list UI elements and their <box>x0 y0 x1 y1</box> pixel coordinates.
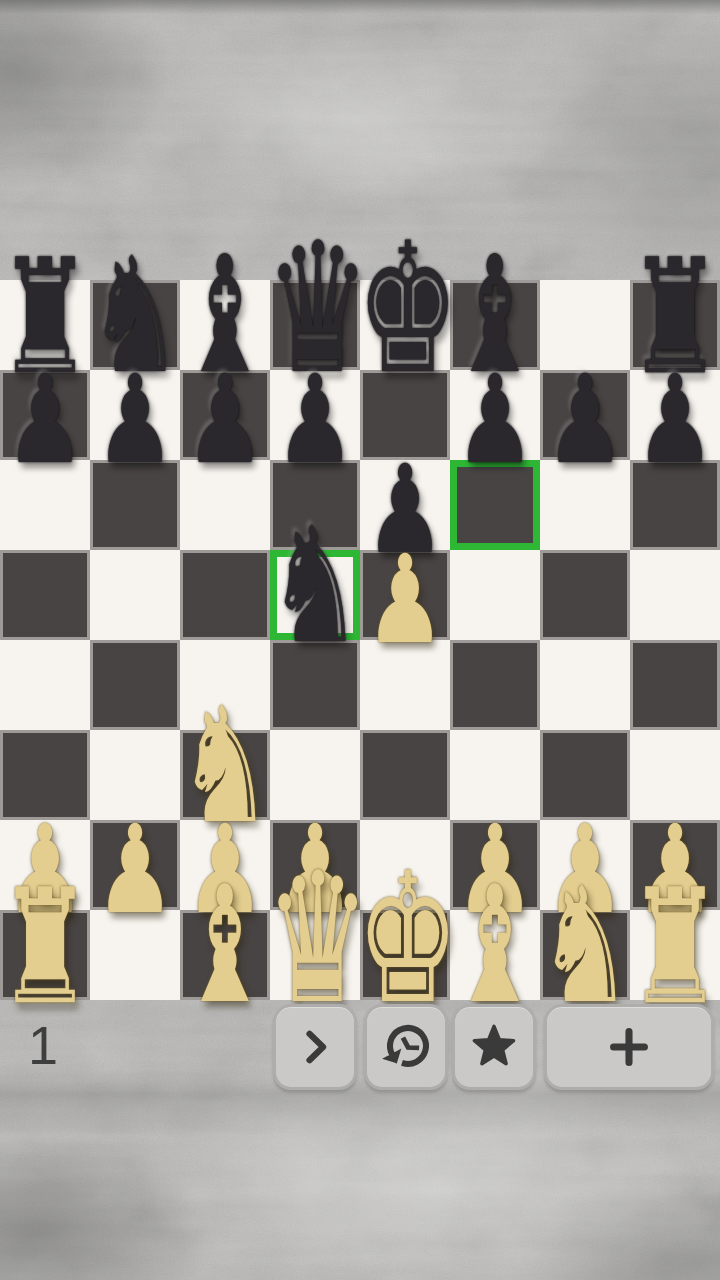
piece-cell-g7: ♟ <box>540 370 630 460</box>
square-a4[interactable] <box>0 640 90 730</box>
square-h4[interactable] <box>630 640 720 730</box>
piece-cell-b2: ♟ <box>90 820 180 910</box>
square-g5[interactable] <box>540 550 630 640</box>
black-pawn-h7[interactable]: ♟ <box>628 359 720 481</box>
piece-cell-c7: ♟ <box>180 370 270 460</box>
black-pawn-b7[interactable]: ♟ <box>88 359 182 481</box>
piece-cell-e8: ♚ <box>360 280 450 370</box>
square-e3[interactable] <box>360 730 450 820</box>
square-a5[interactable] <box>0 550 90 640</box>
chess-app-screen: ♜♞♝♛♚♝♜♟♟♟♟♟♟♟♟♞♟♞♟♟♟♟♟♟♟♜♝♛♚♝♞♜ 1 <box>0 0 720 1280</box>
square-f5[interactable] <box>450 550 540 640</box>
piece-cell-b7: ♟ <box>90 370 180 460</box>
chess-board: ♜♞♝♛♚♝♜♟♟♟♟♟♟♟♟♞♟♞♟♟♟♟♟♟♟♜♝♛♚♝♞♜ <box>0 280 720 1000</box>
piece-cell-f1: ♝ <box>450 910 540 1000</box>
add-button[interactable] <box>544 1004 714 1090</box>
bottom-toolbar: 1 <box>0 1000 720 1095</box>
chevron-right-icon <box>293 1025 337 1069</box>
square-f4[interactable] <box>450 640 540 730</box>
black-pawn-a7[interactable]: ♟ <box>0 359 92 481</box>
piece-cell-d7: ♟ <box>270 370 360 460</box>
square-c5[interactable] <box>180 550 270 640</box>
next-move-button[interactable] <box>273 1004 357 1090</box>
white-pawn-e5[interactable]: ♟ <box>358 539 452 661</box>
history-button[interactable] <box>364 1004 448 1090</box>
black-pawn-d7[interactable]: ♟ <box>268 359 362 481</box>
piece-cell-a1: ♜ <box>0 910 90 1000</box>
square-b5[interactable] <box>90 550 180 640</box>
piece-cell-d1: ♛ <box>270 910 360 1000</box>
star-icon <box>468 1021 520 1073</box>
piece-cell-e5: ♟ <box>360 550 450 640</box>
piece-cell-d5: ♞ <box>270 550 360 640</box>
piece-cell-e1: ♚ <box>360 910 450 1000</box>
black-king-e8[interactable]: ♚ <box>356 220 453 400</box>
piece-cell-c1: ♝ <box>180 910 270 1000</box>
piece-cell-h1: ♜ <box>630 910 720 1000</box>
plus-icon <box>604 1022 654 1072</box>
history-icon <box>379 1020 433 1074</box>
white-pawn-b2[interactable]: ♟ <box>88 809 182 931</box>
square-b4[interactable] <box>90 640 180 730</box>
move-counter: 1 <box>28 1000 58 1090</box>
piece-cell-a7: ♟ <box>0 370 90 460</box>
favorite-button[interactable] <box>452 1004 536 1090</box>
square-g4[interactable] <box>540 640 630 730</box>
square-h5[interactable] <box>630 550 720 640</box>
black-pawn-c7[interactable]: ♟ <box>178 359 272 481</box>
black-knight-d5[interactable]: ♞ <box>267 506 362 666</box>
piece-cell-g1: ♞ <box>540 910 630 1000</box>
piece-cell-h7: ♟ <box>630 370 720 460</box>
black-pawn-g7[interactable]: ♟ <box>538 359 632 481</box>
black-pawn-f7[interactable]: ♟ <box>448 359 542 481</box>
piece-cell-f7: ♟ <box>450 370 540 460</box>
